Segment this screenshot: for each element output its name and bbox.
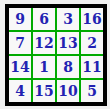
cell-r4c4: 5 xyxy=(81,80,103,102)
cell-r2c4: 2 xyxy=(81,32,103,54)
cell-r2c2: 12 xyxy=(33,32,55,54)
cell-r3c3: 8 xyxy=(57,56,79,78)
cell-r1c4: 16 xyxy=(81,8,103,30)
cell-r3c2: 1 xyxy=(33,56,55,78)
cell-r4c1: 4 xyxy=(9,80,31,102)
cell-r2c1: 7 xyxy=(9,32,31,54)
cell-r1c1: 9 xyxy=(9,8,31,30)
cell-r4c3: 10 xyxy=(57,80,79,102)
cell-r3c4: 11 xyxy=(81,56,103,78)
cell-r4c2: 15 xyxy=(33,80,55,102)
cell-r1c3: 3 xyxy=(57,8,79,30)
cell-r3c1: 14 xyxy=(9,56,31,78)
cell-r1c2: 6 xyxy=(33,8,55,30)
magic-square-board: 96316712132141811415105 xyxy=(5,4,107,106)
cell-r2c3: 13 xyxy=(57,32,79,54)
